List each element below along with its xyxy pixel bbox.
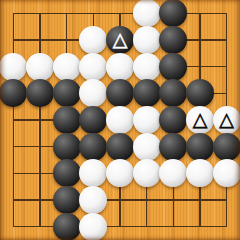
black-stone[interactable]: ● xyxy=(159,133,187,161)
white-stone[interactable]: ○ xyxy=(133,0,161,27)
board-point[interactable]: ○ xyxy=(107,107,134,134)
board-grid: ○●○●△○●○○○○○○●●●●○●●●●●●○○●○△○△●●●○●●●●○… xyxy=(0,0,240,240)
white-stone[interactable]: ○ xyxy=(186,159,214,187)
board-point[interactable]: ● xyxy=(160,53,187,80)
white-stone[interactable]: ○ xyxy=(53,53,81,81)
board-point[interactable]: ● xyxy=(187,80,214,107)
board-point[interactable] xyxy=(53,0,80,27)
board-point[interactable]: ● xyxy=(160,107,187,134)
black-stone[interactable]: ● xyxy=(106,79,134,107)
board-point[interactable]: ○ xyxy=(53,53,80,80)
black-stone[interactable]: ● xyxy=(159,0,187,27)
board-point[interactable] xyxy=(107,187,134,214)
white-stone[interactable]: ○ xyxy=(133,159,161,187)
white-stone[interactable]: ○ xyxy=(0,53,27,81)
board-point[interactable] xyxy=(0,107,27,134)
board-point[interactable] xyxy=(187,27,214,54)
board-point[interactable] xyxy=(133,187,160,214)
board-point[interactable]: ● xyxy=(80,107,107,134)
board-point[interactable] xyxy=(27,0,54,27)
board-point[interactable] xyxy=(27,213,54,240)
black-stone[interactable]: ● xyxy=(106,133,134,161)
board-point[interactable]: ● xyxy=(53,213,80,240)
board-point[interactable] xyxy=(213,187,240,214)
board-point[interactable] xyxy=(27,107,54,134)
black-stone[interactable]: ● xyxy=(53,106,81,134)
black-stone[interactable]: ● xyxy=(159,106,187,134)
board-point[interactable] xyxy=(133,213,160,240)
board-point[interactable] xyxy=(27,187,54,214)
board-point[interactable]: ○ xyxy=(133,0,160,27)
board-point[interactable] xyxy=(0,213,27,240)
board-point[interactable] xyxy=(160,187,187,214)
board-point[interactable]: ● xyxy=(107,133,134,160)
board-point[interactable]: ○△ xyxy=(187,107,214,134)
black-stone[interactable]: ● xyxy=(79,133,107,161)
white-stone[interactable]: ○ xyxy=(79,53,107,81)
black-stone[interactable]: ● xyxy=(53,213,81,240)
board-point[interactable]: ● xyxy=(53,80,80,107)
board-point[interactable]: ● xyxy=(53,160,80,187)
white-stone[interactable]: ○ xyxy=(133,53,161,81)
board-point[interactable]: ● xyxy=(133,80,160,107)
board-point[interactable]: ○ xyxy=(0,53,27,80)
white-stone[interactable]: ○ xyxy=(79,213,107,240)
board-point[interactable]: ○ xyxy=(133,107,160,134)
triangle-mark: △ xyxy=(106,26,134,54)
white-stone[interactable]: ○ xyxy=(79,79,107,107)
board-point[interactable]: ● xyxy=(187,133,214,160)
board-point[interactable]: ● xyxy=(53,187,80,214)
board-point[interactable]: ○ xyxy=(213,160,240,187)
board-point[interactable]: ● xyxy=(160,0,187,27)
board-point[interactable] xyxy=(27,27,54,54)
black-stone[interactable]: ● xyxy=(186,133,214,161)
board-point[interactable]: ● xyxy=(160,27,187,54)
triangle-mark: △ xyxy=(213,106,240,134)
black-stone[interactable]: ● xyxy=(213,133,240,161)
white-stone[interactable]: ○ xyxy=(159,159,187,187)
board-point[interactable]: ● xyxy=(53,107,80,134)
board-point[interactable]: ● xyxy=(160,80,187,107)
white-stone[interactable]: ○ xyxy=(26,53,54,81)
white-stone[interactable]: ○ xyxy=(79,159,107,187)
board-point[interactable]: ○ xyxy=(80,80,107,107)
triangle-mark: △ xyxy=(186,106,214,134)
board-point[interactable] xyxy=(213,27,240,54)
board-point[interactable]: ● xyxy=(160,133,187,160)
white-stone[interactable]: ○ xyxy=(133,133,161,161)
board-point[interactable] xyxy=(53,27,80,54)
board-point[interactable] xyxy=(80,0,107,27)
go-board: ○●○●△○●○○○○○○●●●●○●●●●●●○○●○△○△●●●○●●●●○… xyxy=(0,0,240,240)
white-stone[interactable]: ○ xyxy=(106,53,134,81)
board-point[interactable]: ● xyxy=(0,80,27,107)
board-point[interactable]: ●△ xyxy=(107,27,134,54)
black-stone[interactable]: ● xyxy=(26,79,54,107)
white-stone[interactable]: ○△ xyxy=(186,106,214,134)
board-point[interactable]: ○ xyxy=(80,160,107,187)
white-stone[interactable]: ○△ xyxy=(213,106,240,134)
board-point[interactable] xyxy=(187,187,214,214)
black-stone[interactable]: ● xyxy=(159,53,187,81)
board-point[interactable] xyxy=(107,0,134,27)
white-stone[interactable]: ○ xyxy=(213,159,240,187)
white-stone[interactable]: ○ xyxy=(133,106,161,134)
board-point[interactable] xyxy=(187,53,214,80)
board-point[interactable]: ● xyxy=(213,133,240,160)
board-point[interactable]: ○ xyxy=(133,53,160,80)
board-point[interactable]: ○ xyxy=(187,160,214,187)
board-point[interactable]: ○ xyxy=(107,160,134,187)
board-point[interactable] xyxy=(213,0,240,27)
white-stone[interactable]: ○ xyxy=(79,26,107,54)
board-point[interactable] xyxy=(187,0,214,27)
board-point[interactable] xyxy=(107,213,134,240)
board-point[interactable]: ○ xyxy=(107,53,134,80)
black-stone[interactable]: ●△ xyxy=(106,26,134,54)
black-stone[interactable]: ● xyxy=(53,133,81,161)
black-stone[interactable]: ● xyxy=(133,79,161,107)
board-point[interactable]: ○ xyxy=(27,53,54,80)
white-stone[interactable]: ○ xyxy=(79,186,107,214)
board-point[interactable] xyxy=(0,160,27,187)
board-point[interactable]: ● xyxy=(107,80,134,107)
board-point[interactable] xyxy=(27,133,54,160)
board-point[interactable]: ● xyxy=(27,80,54,107)
black-stone[interactable]: ● xyxy=(159,26,187,54)
board-point[interactable] xyxy=(0,133,27,160)
board-point[interactable] xyxy=(0,27,27,54)
board-point[interactable]: ● xyxy=(80,133,107,160)
board-point[interactable]: ○ xyxy=(133,133,160,160)
board-point[interactable] xyxy=(0,0,27,27)
black-stone[interactable]: ● xyxy=(186,79,214,107)
black-stone[interactable]: ● xyxy=(79,106,107,134)
board-point[interactable]: ○ xyxy=(80,187,107,214)
board-point[interactable]: ○ xyxy=(160,160,187,187)
black-stone[interactable]: ● xyxy=(53,159,81,187)
board-point[interactable]: ○ xyxy=(133,27,160,54)
white-stone[interactable]: ○ xyxy=(133,26,161,54)
black-stone[interactable]: ● xyxy=(53,186,81,214)
board-point[interactable]: ○ xyxy=(133,160,160,187)
black-stone[interactable]: ● xyxy=(0,79,27,107)
board-point[interactable] xyxy=(213,53,240,80)
board-point[interactable]: ○ xyxy=(80,27,107,54)
white-stone[interactable]: ○ xyxy=(106,106,134,134)
black-stone[interactable]: ● xyxy=(53,79,81,107)
board-point[interactable]: ○ xyxy=(80,53,107,80)
board-point[interactable] xyxy=(0,187,27,214)
board-point[interactable] xyxy=(213,80,240,107)
board-point[interactable]: ○ xyxy=(80,213,107,240)
board-point[interactable] xyxy=(213,213,240,240)
board-point[interactable]: ○△ xyxy=(213,107,240,134)
board-point[interactable] xyxy=(160,213,187,240)
board-point[interactable]: ● xyxy=(53,133,80,160)
board-point[interactable] xyxy=(27,160,54,187)
board-point[interactable] xyxy=(187,213,214,240)
white-stone[interactable]: ○ xyxy=(106,159,134,187)
black-stone[interactable]: ● xyxy=(159,79,187,107)
